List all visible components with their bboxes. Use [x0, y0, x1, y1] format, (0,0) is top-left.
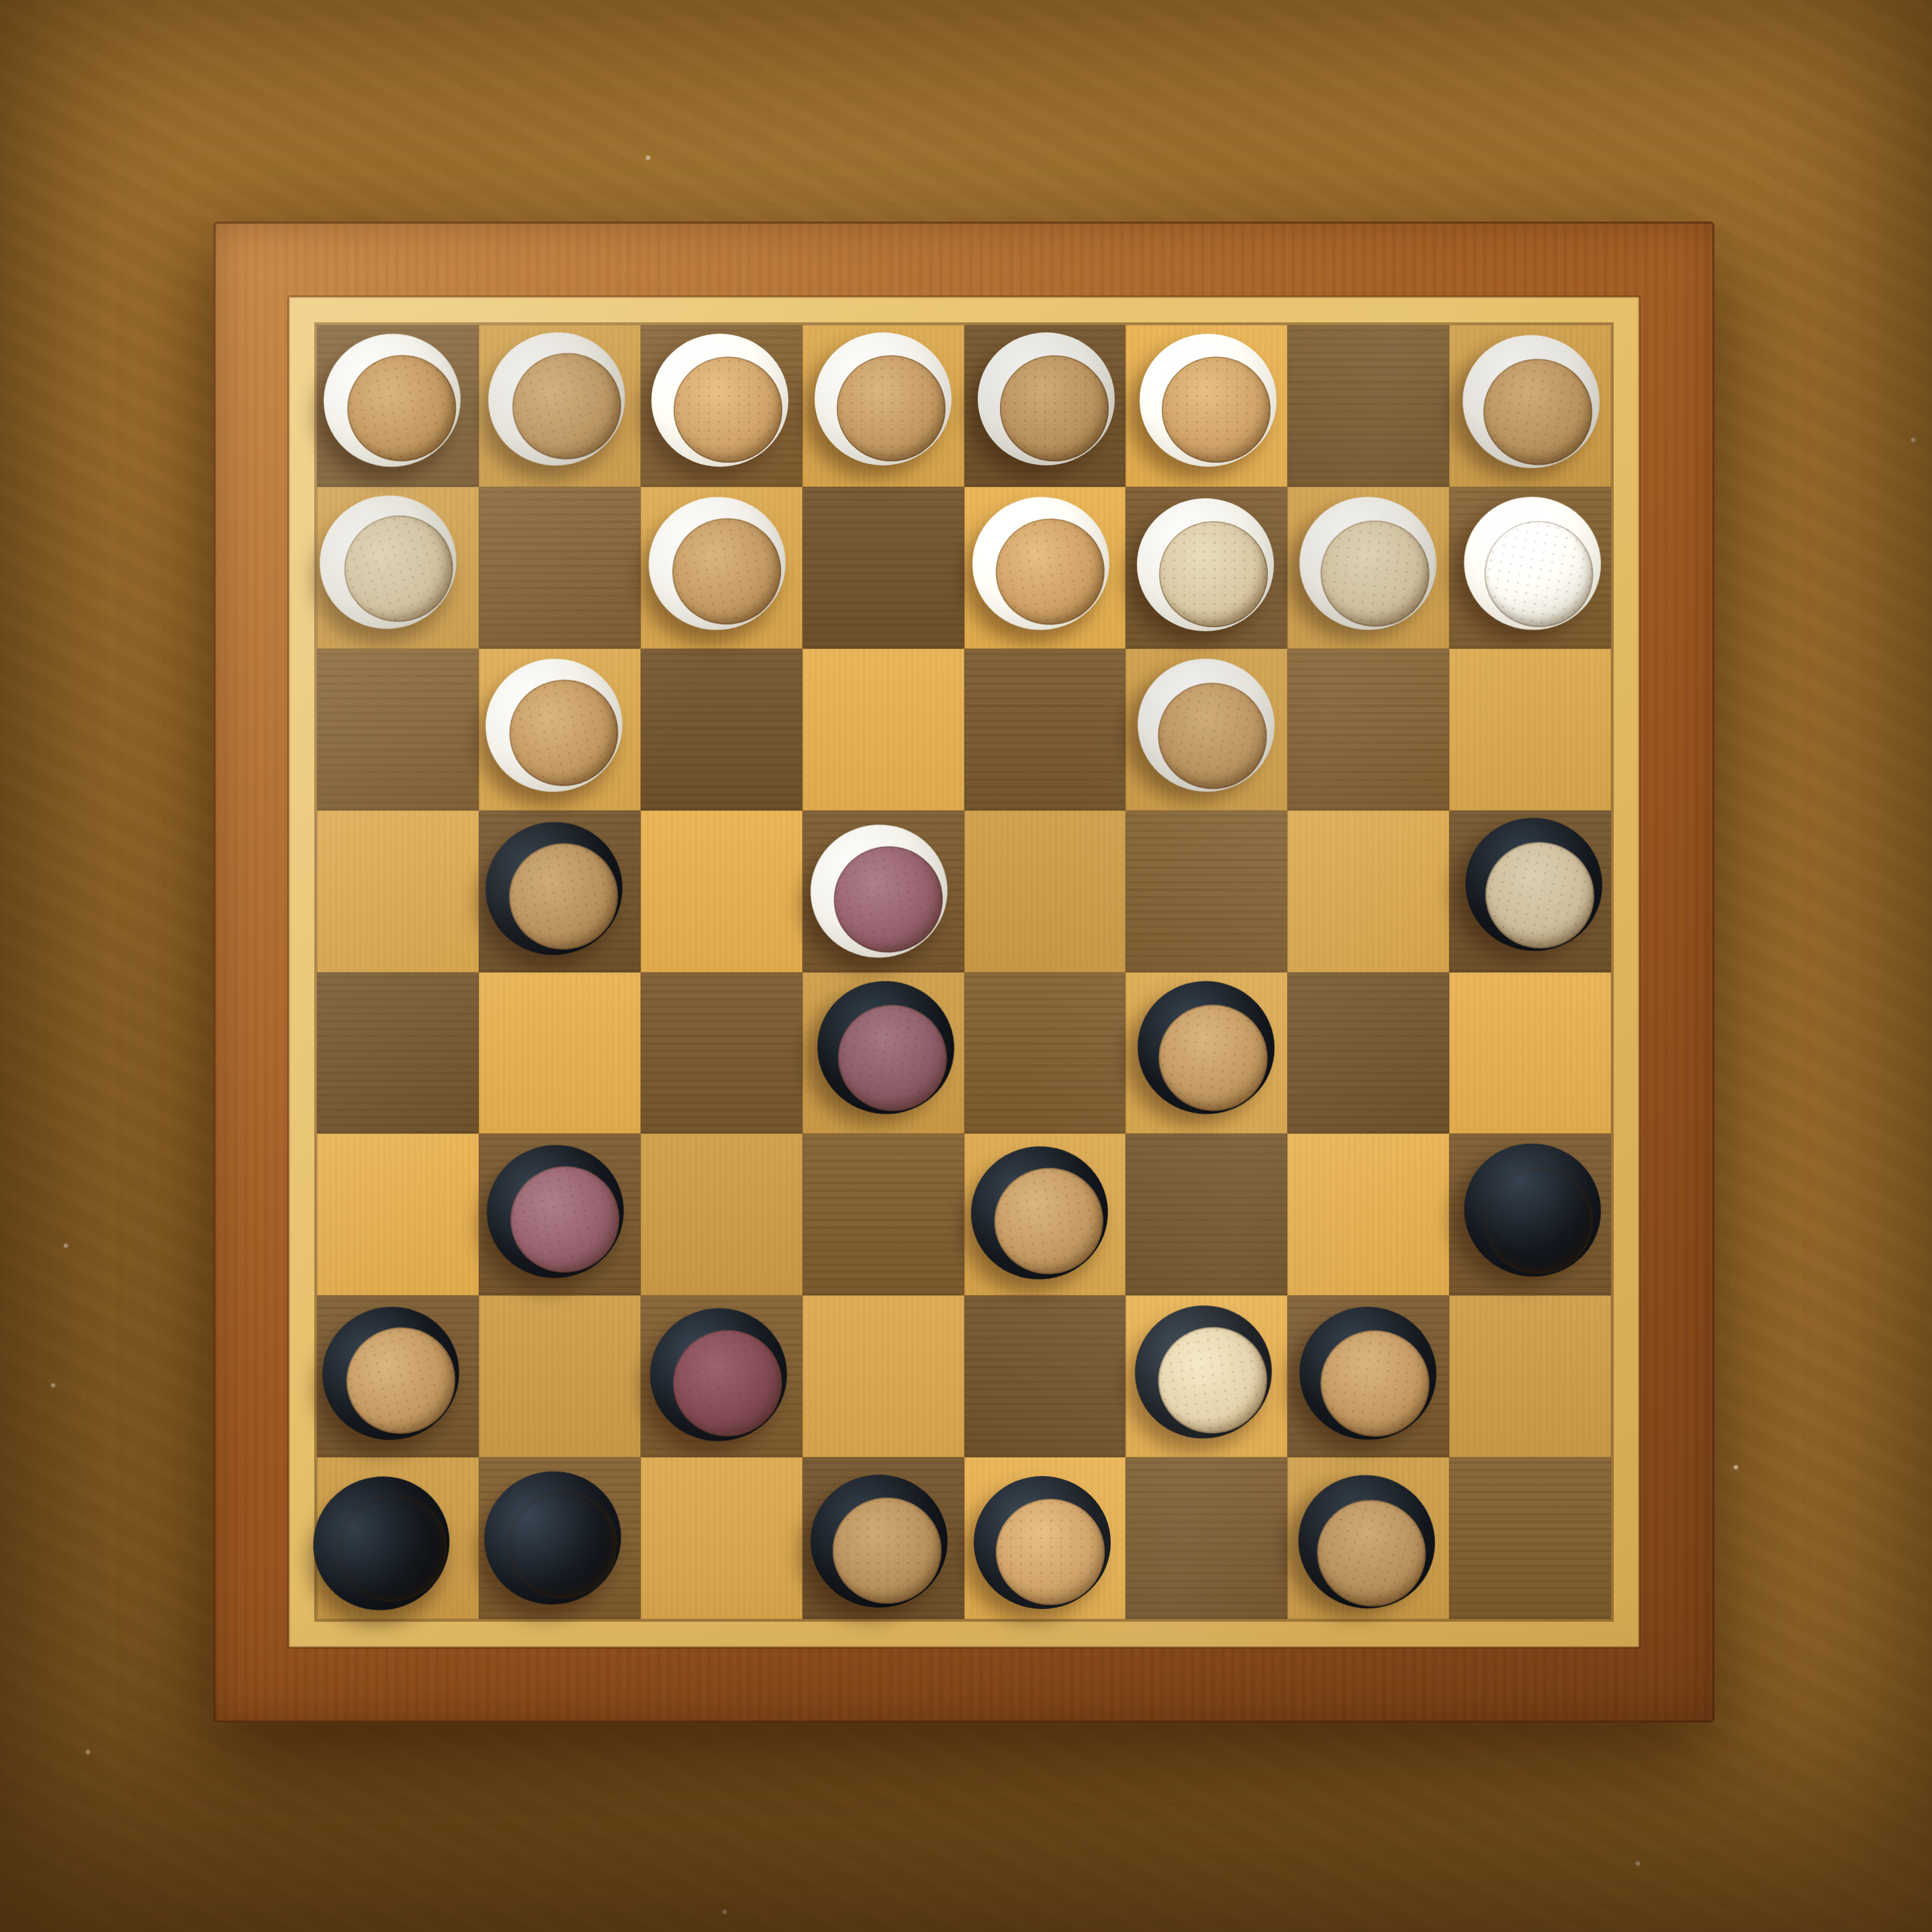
piece-white-rook-a1[interactable]: ♖: [299, 307, 486, 494]
piece-black-bishop-b4[interactable]: ♝: [461, 795, 648, 982]
piece-white-king-e1[interactable]: ♔: [966, 318, 1128, 480]
square-e3[interactable]: [964, 649, 1126, 811]
piece-black-pawn-f7[interactable]: ♟: [1113, 1281, 1295, 1464]
square-e6[interactable]: ♟: [964, 1134, 1126, 1295]
square-f8[interactable]: [1125, 1457, 1287, 1619]
wine-cork: [1162, 357, 1271, 463]
square-c6[interactable]: [641, 1134, 802, 1295]
square-g3[interactable]: [1287, 649, 1449, 811]
square-b2[interactable]: [479, 487, 641, 649]
piece-black-pawn-g7[interactable]: ♟: [1279, 1285, 1457, 1463]
wine-cork: [996, 1499, 1105, 1605]
square-b1[interactable]: ♘: [479, 325, 641, 487]
piece-white-pawn-d4[interactable]: ♙: [788, 800, 970, 982]
dust-speck: [64, 1244, 68, 1248]
wine-cork: [837, 355, 946, 461]
piece-black-pawn-a7[interactable]: ♟: [293, 1276, 489, 1472]
piece-white-pawn-b3[interactable]: ♙: [458, 629, 650, 821]
piece-white-knight-f3[interactable]: ♘: [1113, 632, 1300, 819]
square-b8[interactable]: ♞: [479, 1457, 641, 1619]
square-a7[interactable]: ♟: [317, 1295, 479, 1457]
wine-cork: [1159, 521, 1268, 627]
piece-white-rook-h1[interactable]: ♖: [1440, 310, 1623, 493]
piece-white-pawn-a2[interactable]: ♙: [287, 461, 491, 665]
square-f4[interactable]: [1125, 811, 1287, 972]
square-g8[interactable]: ♞: [1287, 1457, 1449, 1619]
dust-speck: [723, 1910, 727, 1914]
piece-black-bishop-f5[interactable]: ♝: [1117, 959, 1295, 1137]
piece-white-queen-d1[interactable]: ♕: [802, 318, 964, 480]
square-f3[interactable]: ♘: [1125, 649, 1287, 811]
square-d7[interactable]: [802, 1295, 964, 1457]
square-d2[interactable]: [802, 487, 964, 649]
square-c1[interactable]: ♗: [641, 325, 802, 487]
square-c8[interactable]: [641, 1457, 802, 1619]
square-d6[interactable]: [802, 1134, 964, 1295]
square-b3[interactable]: ♙: [479, 649, 641, 811]
square-d8[interactable]: ♛: [802, 1457, 964, 1619]
wine-cork: [674, 357, 782, 463]
piece-black-pawn-c7[interactable]: ♟: [630, 1286, 808, 1464]
square-h7[interactable]: [1449, 1295, 1611, 1457]
square-b5[interactable]: [479, 972, 641, 1134]
piece-white-bishop-f1[interactable]: ♗: [1127, 320, 1289, 481]
square-a8[interactable]: ♜: [317, 1457, 479, 1619]
square-a3[interactable]: [317, 649, 479, 811]
piece-white-bishop-c1[interactable]: ♗: [639, 320, 801, 481]
dust-speck: [1911, 438, 1915, 442]
square-g2[interactable]: ♙: [1287, 487, 1449, 649]
square-a6[interactable]: [317, 1134, 479, 1295]
square-g6[interactable]: [1287, 1134, 1449, 1295]
piece-white-pawn-c2[interactable]: ♙: [624, 470, 811, 657]
square-d5[interactable]: ♟: [802, 972, 964, 1134]
piece-black-rook-a8[interactable]: ♜: [273, 1436, 490, 1652]
square-b6[interactable]: ♟: [479, 1134, 641, 1295]
square-e1[interactable]: ♔: [964, 325, 1126, 487]
board-grid: ♖♘♗♕♔♗♖♙♙♙♙♙♙♙♘♝♙♟♟♝♟♟♜♟♟♟♟♜♞♛♚♞: [317, 325, 1611, 1619]
dust-speck: [1636, 1861, 1640, 1866]
square-h4[interactable]: ♟: [1449, 811, 1611, 972]
square-g1[interactable]: [1287, 325, 1449, 487]
piece-black-pawn-d5[interactable]: ♟: [794, 956, 977, 1139]
square-h3[interactable]: [1449, 649, 1611, 811]
square-h8[interactable]: [1449, 1457, 1611, 1619]
piece-black-knight-g8[interactable]: ♞: [1265, 1440, 1469, 1645]
square-c3[interactable]: [641, 649, 802, 811]
square-b7[interactable]: [479, 1295, 641, 1457]
square-e7[interactable]: [964, 1295, 1126, 1457]
dust-speck: [1734, 1465, 1738, 1469]
square-e8[interactable]: ♚: [964, 1457, 1126, 1619]
dust-speck: [646, 156, 650, 160]
square-d3[interactable]: [802, 649, 964, 811]
piece-black-king-e8[interactable]: ♚: [962, 1461, 1123, 1623]
square-f1[interactable]: ♗: [1125, 325, 1287, 487]
chessboard-frame: ♖♘♗♕♔♗♖♙♙♙♙♙♙♙♘♝♙♟♟♝♟♟♜♟♟♟♟♜♞♛♚♞: [214, 222, 1714, 1722]
square-f7[interactable]: ♟: [1125, 1295, 1287, 1457]
square-f6[interactable]: [1125, 1134, 1287, 1295]
square-a1[interactable]: ♖: [317, 325, 479, 487]
square-h6[interactable]: ♜: [1449, 1134, 1611, 1295]
piece-black-pawn-h4[interactable]: ♟: [1438, 788, 1630, 980]
square-b4[interactable]: ♝: [479, 811, 641, 972]
square-c5[interactable]: [641, 972, 802, 1134]
square-e4[interactable]: [964, 811, 1126, 972]
square-d4[interactable]: ♙: [802, 811, 964, 972]
square-g5[interactable]: [1287, 972, 1449, 1134]
piece-black-queen-d8[interactable]: ♛: [798, 1460, 960, 1622]
square-a2[interactable]: ♙: [317, 487, 479, 649]
piece-black-rook-h6[interactable]: ♜: [1437, 1115, 1629, 1307]
piece-white-pawn-g2[interactable]: ♙: [1279, 475, 1457, 653]
square-h5[interactable]: [1449, 972, 1611, 1134]
piece-white-pawn-f2[interactable]: ♙: [1124, 484, 1286, 646]
square-g7[interactable]: ♟: [1287, 1295, 1449, 1457]
dust-speck: [86, 1750, 90, 1754]
dust-speck: [51, 1383, 55, 1387]
piece-white-knight-b1[interactable]: ♘: [459, 301, 655, 497]
maple-border: ♖♘♗♕♔♗♖♙♙♙♙♙♙♙♘♝♙♟♟♝♟♟♜♟♟♟♟♜♞♛♚♞: [289, 297, 1639, 1647]
square-f2[interactable]: ♙: [1125, 487, 1287, 649]
table-background: ♖♘♗♕♔♗♖♙♙♙♙♙♙♙♘♝♙♟♟♝♟♟♜♟♟♟♟♜♞♛♚♞: [0, 0, 1932, 1932]
square-f5[interactable]: ♝: [1125, 972, 1287, 1134]
piece-black-pawn-b6[interactable]: ♟: [462, 1118, 649, 1305]
square-c4[interactable]: [641, 811, 802, 972]
piece-white-pawn-e2[interactable]: ♙: [950, 472, 1132, 655]
wine-cork: [833, 1498, 941, 1604]
square-e5[interactable]: [964, 972, 1126, 1134]
square-c7[interactable]: ♟: [641, 1295, 802, 1457]
square-d1[interactable]: ♕: [802, 325, 964, 487]
square-a4[interactable]: [317, 811, 479, 972]
square-h1[interactable]: ♖: [1449, 325, 1611, 487]
square-g4[interactable]: [1287, 811, 1449, 972]
wine-cork: [1000, 355, 1109, 461]
piece-white-pawn-h2[interactable]: ♙: [1439, 470, 1626, 657]
square-c2[interactable]: ♙: [641, 487, 802, 649]
piece-black-pawn-e6[interactable]: ♟: [948, 1122, 1131, 1305]
square-h2[interactable]: ♙: [1449, 487, 1611, 649]
piece-black-knight-b8[interactable]: ♞: [455, 1440, 651, 1637]
square-e2[interactable]: ♙: [964, 487, 1126, 649]
square-a5[interactable]: [317, 972, 479, 1134]
